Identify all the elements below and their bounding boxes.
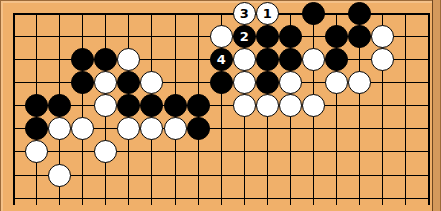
stone-black [256, 71, 279, 94]
stone-white-move-3: 3 [233, 2, 256, 25]
stone-black [187, 94, 210, 117]
stone-black [348, 2, 371, 25]
grid-line-vertical [82, 13, 83, 206]
stone-white [164, 117, 187, 140]
stone-black-move-4: 4 [210, 48, 233, 71]
stone-white [210, 25, 233, 48]
stone-white [233, 94, 256, 117]
stone-black [325, 48, 348, 71]
stone-black [187, 117, 210, 140]
stone-black [25, 94, 48, 117]
stone-white [94, 94, 117, 117]
go-board: 3124 [0, 0, 441, 211]
grid-line-horizontal [13, 175, 430, 176]
stone-black [94, 48, 117, 71]
stone-white [117, 117, 140, 140]
grid-line-horizontal [13, 151, 430, 152]
stone-black [117, 94, 140, 117]
stone-white [371, 48, 394, 71]
stone-black [71, 71, 94, 94]
stone-white [140, 71, 163, 94]
stone-black [279, 48, 302, 71]
stone-white [94, 71, 117, 94]
stone-white [325, 71, 348, 94]
stone-white [302, 48, 325, 71]
stone-black [210, 71, 233, 94]
grid-line-horizontal [13, 198, 430, 199]
stone-black [117, 71, 140, 94]
board-frame-right-strip [433, 0, 440, 211]
stone-white [279, 71, 302, 94]
stone-white [48, 117, 71, 140]
stone-white [279, 94, 302, 117]
stone-white [140, 117, 163, 140]
stone-white [256, 94, 279, 117]
stone-black [48, 94, 71, 117]
stone-black [256, 25, 279, 48]
stone-black [279, 25, 302, 48]
grid-line-vertical [428, 13, 430, 206]
stone-white [94, 140, 117, 163]
stone-white [348, 71, 371, 94]
stone-white-move-1: 1 [256, 2, 279, 25]
stone-black [25, 117, 48, 140]
stone-white [233, 48, 256, 71]
stone-black [302, 2, 325, 25]
board-frame-left-highlight [1, 1, 3, 211]
stone-white [302, 94, 325, 117]
stone-black [71, 48, 94, 71]
board-frame-top-highlight [0, 1, 441, 3]
stone-white [71, 117, 94, 140]
stone-white [25, 140, 48, 163]
grid-line-vertical [13, 13, 15, 206]
grid-line-horizontal [13, 105, 430, 106]
stone-black-move-2: 2 [233, 25, 256, 48]
stone-black [325, 25, 348, 48]
stone-white [117, 48, 140, 71]
stone-white [48, 164, 71, 187]
stone-black [256, 48, 279, 71]
stone-black [164, 94, 187, 117]
stone-black [140, 94, 163, 117]
stone-black [348, 25, 371, 48]
stone-white [233, 71, 256, 94]
grid-line-vertical [405, 13, 406, 206]
stone-white [371, 25, 394, 48]
